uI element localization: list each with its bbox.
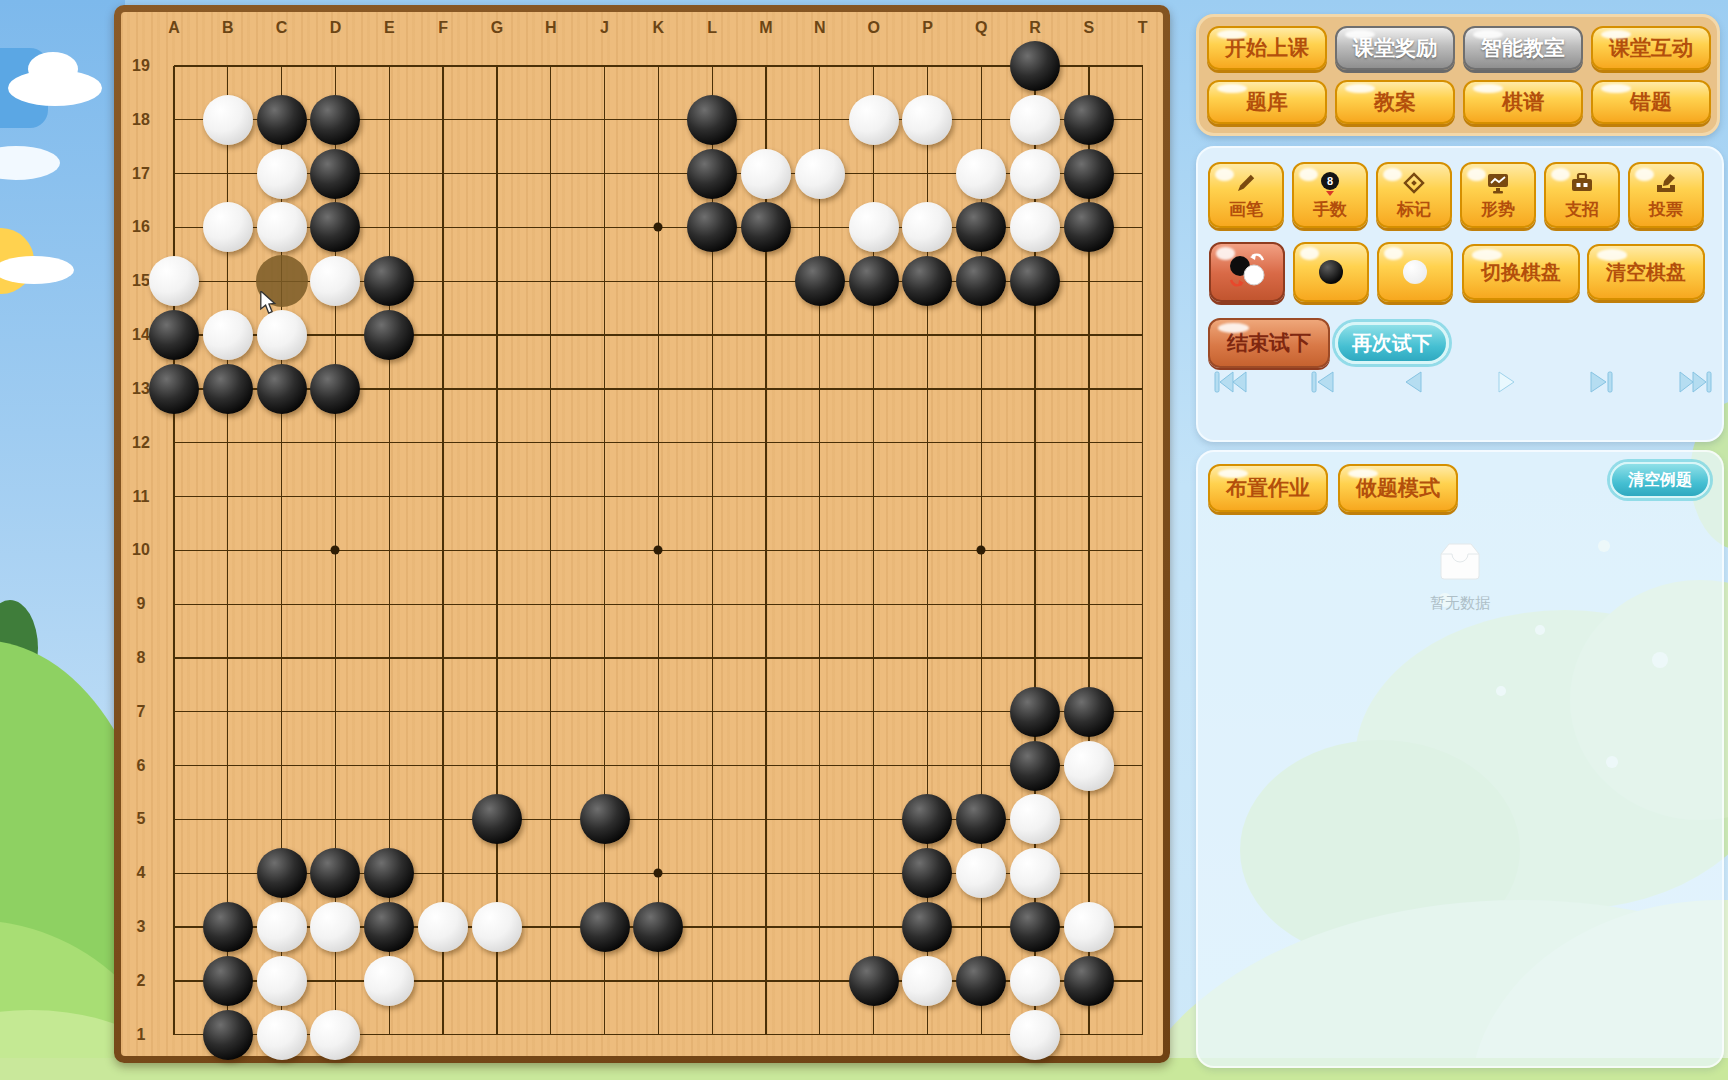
clear-board-label: 清空棋盘 (1606, 259, 1686, 286)
row-label: 8 (137, 649, 146, 667)
question-bank-button[interactable]: 题库 (1207, 80, 1327, 124)
clear-examples-button[interactable]: 清空例题 (1610, 462, 1710, 498)
empty-box-icon (1435, 540, 1485, 582)
jump-end-button[interactable] (1675, 366, 1715, 402)
column-label: J (600, 19, 609, 37)
white-stone (741, 149, 791, 199)
practice-mode-label: 做题模式 (1356, 474, 1440, 502)
black-stone (310, 95, 360, 145)
board-surface[interactable]: ABCDEFGHJKLMNOPQRST191817161514131211109… (121, 12, 1163, 1056)
row-label: 2 (137, 972, 146, 990)
grid-line-vertical (1142, 66, 1143, 1035)
column-label: H (545, 19, 557, 37)
mouse-cursor-icon (257, 291, 279, 319)
column-label: D (330, 19, 342, 37)
white-stone (902, 95, 952, 145)
black-stone (956, 256, 1006, 306)
column-label: P (922, 19, 933, 37)
move-number-label: 手数 (1313, 198, 1347, 221)
row-label: 1 (137, 1026, 146, 1044)
black-stone (902, 848, 952, 898)
row-label: 14 (132, 326, 150, 344)
cloud-icon (0, 146, 60, 180)
black-stone (1010, 687, 1060, 737)
star-point (654, 546, 663, 555)
lesson-plan-button[interactable]: 教案 (1335, 80, 1455, 124)
move-number-icon: 8 (1317, 170, 1343, 196)
row-label: 12 (132, 434, 150, 452)
row-label: 3 (137, 918, 146, 936)
territory-label: 形势 (1481, 198, 1515, 221)
switch-board-button[interactable]: 切换棋盘 (1462, 244, 1580, 300)
white-stone (257, 149, 307, 199)
clear-examples-label: 清空例题 (1628, 470, 1692, 491)
go-board: ABCDEFGHJKLMNOPQRST191817161514131211109… (114, 5, 1170, 1063)
star-point (654, 223, 663, 232)
assign-homework-button[interactable]: 布置作业 (1208, 464, 1328, 512)
black-stone (956, 956, 1006, 1006)
black-stone (1064, 95, 1114, 145)
column-label: F (438, 19, 448, 37)
white-stone-icon (1403, 260, 1427, 284)
forward-icon (1487, 366, 1527, 398)
black-stone (257, 95, 307, 145)
next-move-button[interactable] (1581, 366, 1621, 402)
retry-trial-button[interactable]: 再次试下 (1335, 322, 1449, 364)
black-stone (364, 256, 414, 306)
black-stone (1064, 956, 1114, 1006)
white-stone (257, 1010, 307, 1060)
white-stone (1010, 95, 1060, 145)
jump-start-icon (1211, 366, 1251, 398)
row-label: 4 (137, 864, 146, 882)
column-label: K (653, 19, 665, 37)
class-interaction-button[interactable]: 课堂互动 (1591, 26, 1711, 70)
hint-button[interactable]: 支招 (1544, 162, 1620, 228)
white-stone (310, 902, 360, 952)
black-stone (687, 149, 737, 199)
forward-button[interactable] (1487, 366, 1527, 402)
white-stone (1064, 741, 1114, 791)
row-label: 15 (132, 272, 150, 290)
row-label: 11 (133, 488, 150, 506)
white-stone (257, 902, 307, 952)
cloud-icon (28, 52, 78, 86)
black-stone (902, 256, 952, 306)
black-stone-button[interactable] (1293, 242, 1369, 302)
homework-panel: 布置作业 做题模式 清空例题 暂无数据 (1196, 450, 1724, 1068)
star-point (654, 869, 663, 878)
row-label: 9 (137, 595, 146, 613)
column-label: A (168, 19, 180, 37)
white-stone (310, 1010, 360, 1060)
class-menu-panel: 开始上课 课堂奖励 智能教室 课堂互动 题库 教案 棋谱 错题 (1196, 14, 1720, 136)
grid-line-horizontal (174, 604, 1143, 605)
svg-text:8: 8 (1327, 175, 1333, 187)
retry-trial-label: 再次试下 (1352, 330, 1432, 357)
back-icon (1393, 366, 1433, 398)
black-stone (1064, 149, 1114, 199)
column-label: M (759, 19, 772, 37)
hint-toolbox-icon (1569, 170, 1595, 196)
black-stone (580, 902, 630, 952)
column-label: E (384, 19, 395, 37)
pen-tool-button[interactable]: 画笔 (1208, 162, 1284, 228)
black-stone (1064, 687, 1114, 737)
empty-state: 暂无数据 (1198, 540, 1722, 613)
white-stone (1064, 902, 1114, 952)
black-stone (149, 310, 199, 360)
back-button[interactable] (1393, 366, 1433, 402)
pencil-icon (1234, 170, 1258, 196)
class-reward-button[interactable]: 课堂奖励 (1335, 26, 1455, 70)
column-label: G (491, 19, 503, 37)
black-stone (203, 364, 253, 414)
board-tools-panel: 画笔 8 手数 标记 (1196, 146, 1724, 442)
white-stone (956, 149, 1006, 199)
column-label: N (814, 19, 826, 37)
black-stone (687, 202, 737, 252)
row-label: 18 (132, 111, 150, 129)
black-stone (203, 902, 253, 952)
black-stone (364, 310, 414, 360)
white-stone (203, 310, 253, 360)
column-label: S (1084, 19, 1095, 37)
white-stone (1010, 848, 1060, 898)
column-label: L (707, 19, 717, 37)
column-label: O (867, 19, 879, 37)
black-stone (633, 902, 683, 952)
mark-tool-button[interactable]: 标记 (1376, 162, 1452, 228)
black-stone (310, 848, 360, 898)
column-label: R (1029, 19, 1041, 37)
alternate-stone-button[interactable] (1209, 242, 1285, 302)
grid-line-horizontal (174, 765, 1143, 766)
black-stone (1010, 741, 1060, 791)
move-number-button[interactable]: 8 手数 (1292, 162, 1368, 228)
black-stone (472, 794, 522, 844)
black-stone (310, 149, 360, 199)
diamond-mark-icon (1402, 170, 1426, 196)
white-stone (795, 149, 845, 199)
grid-line-horizontal (174, 711, 1143, 712)
jump-end-icon (1675, 366, 1715, 398)
white-stone (257, 956, 307, 1006)
white-stone (203, 95, 253, 145)
black-stone (849, 956, 899, 1006)
column-label: B (222, 19, 234, 37)
next-move-icon (1581, 366, 1621, 398)
white-stone (1010, 794, 1060, 844)
switch-board-label: 切换棋盘 (1481, 259, 1561, 286)
white-stone (364, 956, 414, 1006)
black-stone (741, 202, 791, 252)
black-stone (310, 364, 360, 414)
black-stone (1010, 41, 1060, 91)
star-point (331, 546, 340, 555)
white-stone (849, 202, 899, 252)
row-label: 17 (132, 165, 150, 183)
black-stone (1064, 202, 1114, 252)
prev-move-button[interactable] (1303, 366, 1343, 402)
black-stone (902, 794, 952, 844)
white-stone (1010, 149, 1060, 199)
white-stone (203, 202, 253, 252)
black-stone (956, 202, 1006, 252)
white-stone (956, 848, 1006, 898)
hint-label: 支招 (1565, 198, 1599, 221)
white-stone (472, 902, 522, 952)
black-stone (687, 95, 737, 145)
assign-homework-label: 布置作业 (1226, 474, 1310, 502)
white-stone (902, 202, 952, 252)
lesson-plan-label: 教案 (1374, 88, 1416, 116)
wrong-question-button[interactable]: 错题 (1591, 80, 1711, 124)
white-stone (1010, 1010, 1060, 1060)
black-stone (203, 1010, 253, 1060)
row-label: 16 (132, 218, 150, 236)
vote-label: 投票 (1649, 198, 1683, 221)
pen-tool-label: 画笔 (1229, 198, 1263, 221)
black-stone (956, 794, 1006, 844)
row-label: 6 (137, 757, 146, 775)
grid-line-horizontal (174, 657, 1143, 658)
white-stone (149, 256, 199, 306)
black-stone (364, 902, 414, 952)
practice-mode-button[interactable]: 做题模式 (1338, 464, 1458, 512)
white-stone (849, 95, 899, 145)
end-trial-label: 结束试下 (1227, 329, 1311, 357)
row-label: 5 (137, 810, 146, 828)
black-stone (580, 794, 630, 844)
black-stone (1010, 902, 1060, 952)
black-stone (364, 848, 414, 898)
white-stone (257, 202, 307, 252)
game-record-label: 棋谱 (1502, 88, 1544, 116)
black-stone (257, 364, 307, 414)
black-stone (1010, 256, 1060, 306)
black-stone (849, 256, 899, 306)
black-stone (203, 956, 253, 1006)
prev-move-icon (1303, 366, 1343, 398)
black-stone-icon (1319, 260, 1343, 284)
game-record-button[interactable]: 棋谱 (1463, 80, 1583, 124)
start-class-button[interactable]: 开始上课 (1207, 26, 1327, 70)
row-label: 10 (132, 541, 150, 559)
question-bank-label: 题库 (1246, 88, 1288, 116)
star-point (977, 546, 986, 555)
cloud-icon (0, 256, 74, 284)
white-stone (1010, 956, 1060, 1006)
white-stone (418, 902, 468, 952)
mark-tool-label: 标记 (1397, 198, 1431, 221)
smart-classroom-button[interactable]: 智能教室 (1463, 26, 1583, 70)
black-stone (257, 848, 307, 898)
vote-button[interactable]: 投票 (1628, 162, 1704, 228)
end-trial-button[interactable]: 结束试下 (1208, 318, 1330, 368)
territory-chart-icon (1485, 170, 1511, 196)
black-stone (902, 902, 952, 952)
sky-background (0, 0, 125, 1080)
white-stone (310, 256, 360, 306)
row-label: 19 (132, 57, 150, 75)
column-label: Q (975, 19, 987, 37)
clear-board-button[interactable]: 清空棋盘 (1587, 244, 1705, 300)
vote-ballot-icon (1653, 170, 1679, 196)
grid-line-vertical (819, 66, 820, 1035)
black-stone (149, 364, 199, 414)
row-label: 7 (137, 703, 146, 721)
wrong-question-label: 错题 (1630, 88, 1672, 116)
white-stone (1010, 202, 1060, 252)
black-stone (310, 202, 360, 252)
column-label: T (1138, 19, 1148, 37)
jump-start-button[interactable] (1211, 366, 1251, 402)
empty-state-text: 暂无数据 (1198, 594, 1722, 613)
white-stone (902, 956, 952, 1006)
row-label: 13 (132, 380, 150, 398)
black-stone (795, 256, 845, 306)
column-label: C (276, 19, 288, 37)
white-stone-button[interactable] (1377, 242, 1453, 302)
territory-button[interactable]: 形势 (1460, 162, 1536, 228)
